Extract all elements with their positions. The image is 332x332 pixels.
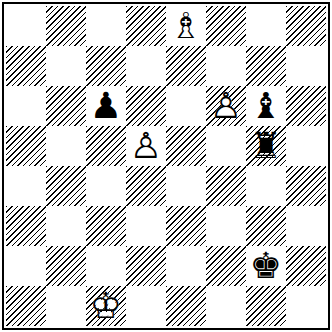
white-pawn-glyph: ♙ — [210, 88, 242, 124]
square-g2[interactable]: ♚ — [246, 246, 286, 286]
square-a7[interactable] — [6, 46, 46, 86]
square-b1[interactable] — [46, 286, 86, 326]
square-b4[interactable] — [46, 166, 86, 206]
square-d8[interactable] — [126, 6, 166, 46]
diagram-frame: ♝♗♟♟♙♝♟♙♜♚♚♔ — [0, 0, 332, 332]
square-a3[interactable] — [6, 206, 46, 246]
square-d1[interactable] — [126, 286, 166, 326]
square-g5[interactable]: ♜ — [246, 126, 286, 166]
square-b6[interactable] — [46, 86, 86, 126]
square-h2[interactable] — [286, 246, 326, 286]
square-e8[interactable]: ♝♗ — [166, 6, 206, 46]
square-h8[interactable] — [286, 6, 326, 46]
black-pawn-c6: ♟ — [86, 86, 126, 126]
white-bishop-e8: ♝♗ — [166, 6, 206, 46]
square-h3[interactable] — [286, 206, 326, 246]
square-f1[interactable] — [206, 286, 246, 326]
white-pawn-f6: ♟♙ — [206, 86, 246, 126]
square-g7[interactable] — [246, 46, 286, 86]
square-a5[interactable] — [6, 126, 46, 166]
square-f5[interactable] — [206, 126, 246, 166]
square-b5[interactable] — [46, 126, 86, 166]
square-g8[interactable] — [246, 6, 286, 46]
square-a2[interactable] — [6, 246, 46, 286]
black-pawn-glyph: ♟ — [90, 88, 122, 124]
square-b3[interactable] — [46, 206, 86, 246]
square-h5[interactable] — [286, 126, 326, 166]
square-c8[interactable] — [86, 6, 126, 46]
white-bishop-glyph: ♗ — [170, 8, 202, 44]
square-c4[interactable] — [86, 166, 126, 206]
square-c3[interactable] — [86, 206, 126, 246]
square-d3[interactable] — [126, 206, 166, 246]
white-king-glyph: ♔ — [90, 288, 122, 324]
square-f3[interactable] — [206, 206, 246, 246]
board: ♝♗♟♟♙♝♟♙♜♚♚♔ — [6, 6, 326, 326]
square-c5[interactable] — [86, 126, 126, 166]
white-pawn-d5: ♟♙ — [126, 126, 166, 166]
square-d7[interactable] — [126, 46, 166, 86]
square-e4[interactable] — [166, 166, 206, 206]
square-a8[interactable] — [6, 6, 46, 46]
black-bishop-g6: ♝ — [246, 86, 286, 126]
square-e1[interactable] — [166, 286, 206, 326]
black-king-g2: ♚ — [246, 246, 286, 286]
square-e5[interactable] — [166, 126, 206, 166]
square-h4[interactable] — [286, 166, 326, 206]
square-c1[interactable]: ♚♔ — [86, 286, 126, 326]
square-f8[interactable] — [206, 6, 246, 46]
black-bishop-glyph: ♝ — [250, 88, 282, 124]
square-b2[interactable] — [46, 246, 86, 286]
board-border: ♝♗♟♟♙♝♟♙♜♚♚♔ — [2, 2, 330, 330]
white-king-c1: ♚♔ — [86, 286, 126, 326]
square-c7[interactable] — [86, 46, 126, 86]
square-b8[interactable] — [46, 6, 86, 46]
square-e7[interactable] — [166, 46, 206, 86]
square-a6[interactable] — [6, 86, 46, 126]
square-g1[interactable] — [246, 286, 286, 326]
square-c2[interactable] — [86, 246, 126, 286]
square-e6[interactable] — [166, 86, 206, 126]
white-pawn-glyph: ♙ — [130, 128, 162, 164]
square-d6[interactable] — [126, 86, 166, 126]
square-d5[interactable]: ♟♙ — [126, 126, 166, 166]
square-e2[interactable] — [166, 246, 206, 286]
square-f6[interactable]: ♟♙ — [206, 86, 246, 126]
black-rook-g5: ♜ — [246, 126, 286, 166]
square-g4[interactable] — [246, 166, 286, 206]
square-g6[interactable]: ♝ — [246, 86, 286, 126]
square-d2[interactable] — [126, 246, 166, 286]
square-g3[interactable] — [246, 206, 286, 246]
square-f2[interactable] — [206, 246, 246, 286]
square-f7[interactable] — [206, 46, 246, 86]
square-h6[interactable] — [286, 86, 326, 126]
square-a4[interactable] — [6, 166, 46, 206]
square-h7[interactable] — [286, 46, 326, 86]
square-d4[interactable] — [126, 166, 166, 206]
black-rook-glyph: ♜ — [250, 128, 282, 164]
square-e3[interactable] — [166, 206, 206, 246]
square-a1[interactable] — [6, 286, 46, 326]
square-f4[interactable] — [206, 166, 246, 206]
square-c6[interactable]: ♟ — [86, 86, 126, 126]
square-b7[interactable] — [46, 46, 86, 86]
black-king-glyph: ♚ — [250, 248, 282, 284]
square-h1[interactable] — [286, 286, 326, 326]
